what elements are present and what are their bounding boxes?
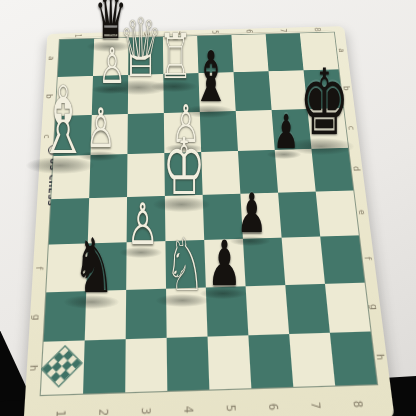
square-h8[interactable] bbox=[330, 332, 377, 386]
rank-label-3: 3 bbox=[138, 389, 154, 416]
black-knight-glyph: ♞ bbox=[73, 228, 115, 303]
square-b6[interactable] bbox=[234, 71, 272, 111]
white-king-e4[interactable]: ♔ bbox=[154, 144, 214, 205]
white-pawn-b2[interactable]: ♙ bbox=[93, 51, 131, 90]
square-h4[interactable] bbox=[167, 337, 210, 391]
square-h6[interactable] bbox=[248, 334, 293, 388]
square-g8[interactable] bbox=[325, 282, 371, 333]
white-knight-glyph: ♘ bbox=[165, 229, 205, 302]
black-pawn-glyph: ♟ bbox=[273, 109, 299, 156]
black-pawn-d7[interactable]: ♟ bbox=[268, 118, 304, 155]
rank-labels-bottom: 12345678 bbox=[39, 395, 380, 416]
square-g7[interactable] bbox=[285, 283, 330, 334]
white-bishop-glyph: ♗ bbox=[37, 73, 89, 167]
square-h1[interactable] bbox=[41, 341, 85, 395]
square-h5[interactable] bbox=[208, 336, 252, 390]
rank-label-4: 4 bbox=[181, 388, 198, 416]
white-king-glyph: ♔ bbox=[162, 128, 205, 206]
rank-label-1: 1 bbox=[52, 392, 70, 416]
square-g6[interactable] bbox=[246, 285, 290, 336]
white-pawn-glyph: ♙ bbox=[127, 196, 159, 253]
rank-label-5: 5 bbox=[223, 386, 241, 416]
chess-photo-scene: 12345678 12345678 abcfgh abcdefgh ♞ US C… bbox=[0, 0, 416, 416]
square-h2[interactable] bbox=[83, 339, 126, 393]
rank-label-7: 7 bbox=[306, 384, 326, 416]
square-f8[interactable] bbox=[320, 235, 364, 283]
white-bishop-d1[interactable]: ♗ bbox=[27, 93, 99, 166]
square-e7[interactable] bbox=[278, 192, 320, 238]
rank-label-6: 6 bbox=[264, 385, 283, 416]
white-pawn-glyph: ♙ bbox=[98, 41, 125, 90]
square-h3[interactable] bbox=[125, 338, 167, 392]
black-king-glyph: ♚ bbox=[299, 57, 349, 148]
square-a7[interactable] bbox=[266, 33, 304, 71]
white-knight-g4[interactable]: ♘ bbox=[157, 244, 213, 301]
square-h7[interactable] bbox=[289, 333, 335, 387]
black-knight-g2[interactable]: ♞ bbox=[65, 244, 123, 303]
square-e8[interactable] bbox=[316, 190, 359, 236]
rank-label-2: 2 bbox=[95, 390, 112, 416]
square-f7[interactable] bbox=[282, 236, 325, 284]
diamond-checkerboard-logo bbox=[42, 347, 81, 386]
rank-label-8: 8 bbox=[348, 382, 368, 416]
